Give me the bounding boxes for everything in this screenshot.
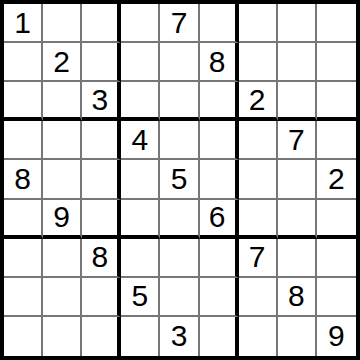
sudoku-cell-r2c9-empty[interactable] <box>317 43 356 82</box>
sudoku-cell-r7c4-empty[interactable] <box>121 239 160 278</box>
sudoku-cell-r1c4-empty[interactable] <box>121 4 160 43</box>
sudoku-cell-r9c9-given: 9 <box>317 317 356 356</box>
sudoku-cell-r7c9-empty[interactable] <box>317 239 356 278</box>
sudoku-cell-r8c9-empty[interactable] <box>317 278 356 317</box>
sudoku-cell-r4c6-empty[interactable] <box>200 121 239 160</box>
sudoku-cell-r5c6-empty[interactable] <box>200 160 239 199</box>
sudoku-cell-r9c7-empty[interactable] <box>239 317 278 356</box>
sudoku-cell-r2c5-empty[interactable] <box>160 43 199 82</box>
sudoku-cell-r2c6-given: 8 <box>200 43 239 82</box>
sudoku-cell-r6c6-given: 6 <box>200 200 239 239</box>
sudoku-cell-r2c2-given: 2 <box>43 43 82 82</box>
sudoku-cell-r4c5-empty[interactable] <box>160 121 199 160</box>
sudoku-cell-r1c6-empty[interactable] <box>200 4 239 43</box>
sudoku-cell-r9c8-empty[interactable] <box>278 317 317 356</box>
sudoku-cell-r1c1-given: 1 <box>4 4 43 43</box>
sudoku-cell-r6c9-empty[interactable] <box>317 200 356 239</box>
sudoku-cell-r6c2-given: 9 <box>43 200 82 239</box>
sudoku-cell-r1c5-given: 7 <box>160 4 199 43</box>
sudoku-cell-r2c3-empty[interactable] <box>82 43 121 82</box>
sudoku-cell-r6c8-empty[interactable] <box>278 200 317 239</box>
sudoku-cell-r7c6-empty[interactable] <box>200 239 239 278</box>
sudoku-cell-r4c4-given: 4 <box>121 121 160 160</box>
sudoku-cell-r6c5-empty[interactable] <box>160 200 199 239</box>
sudoku-cell-r5c9-given: 2 <box>317 160 356 199</box>
sudoku-cell-r8c8-given: 8 <box>278 278 317 317</box>
sudoku-cell-r3c3-given: 3 <box>82 82 121 121</box>
sudoku-cell-r4c8-given: 7 <box>278 121 317 160</box>
sudoku-cell-r1c8-empty[interactable] <box>278 4 317 43</box>
sudoku-cell-r6c1-empty[interactable] <box>4 200 43 239</box>
sudoku-cell-r5c5-given: 5 <box>160 160 199 199</box>
sudoku-cell-r5c2-empty[interactable] <box>43 160 82 199</box>
sudoku-cell-r1c7-empty[interactable] <box>239 4 278 43</box>
sudoku-cell-r5c1-given: 8 <box>4 160 43 199</box>
sudoku-cell-r5c7-empty[interactable] <box>239 160 278 199</box>
sudoku-cell-r2c4-empty[interactable] <box>121 43 160 82</box>
sudoku-cell-r1c2-empty[interactable] <box>43 4 82 43</box>
sudoku-cell-r3c7-given: 2 <box>239 82 278 121</box>
sudoku-cell-r2c7-empty[interactable] <box>239 43 278 82</box>
sudoku-cell-r3c5-empty[interactable] <box>160 82 199 121</box>
sudoku-cell-r7c7-given: 7 <box>239 239 278 278</box>
sudoku-cell-r3c6-empty[interactable] <box>200 82 239 121</box>
sudoku-cell-r8c5-empty[interactable] <box>160 278 199 317</box>
sudoku-cell-r4c9-empty[interactable] <box>317 121 356 160</box>
sudoku-cell-r3c2-empty[interactable] <box>43 82 82 121</box>
sudoku-cell-r1c3-empty[interactable] <box>82 4 121 43</box>
sudoku-cell-r5c4-empty[interactable] <box>121 160 160 199</box>
sudoku-cell-r1c9-empty[interactable] <box>317 4 356 43</box>
sudoku-cell-r5c3-empty[interactable] <box>82 160 121 199</box>
sudoku-cell-r9c5-given: 3 <box>160 317 199 356</box>
sudoku-cell-r9c3-empty[interactable] <box>82 317 121 356</box>
sudoku-cell-r4c3-empty[interactable] <box>82 121 121 160</box>
sudoku-cell-r6c7-empty[interactable] <box>239 200 278 239</box>
sudoku-cell-r7c2-empty[interactable] <box>43 239 82 278</box>
sudoku-cell-r9c1-empty[interactable] <box>4 317 43 356</box>
sudoku-cell-r2c8-empty[interactable] <box>278 43 317 82</box>
sudoku-cell-r8c2-empty[interactable] <box>43 278 82 317</box>
sudoku-cell-r8c3-empty[interactable] <box>82 278 121 317</box>
sudoku-cell-r4c2-empty[interactable] <box>43 121 82 160</box>
sudoku-cell-r3c8-empty[interactable] <box>278 82 317 121</box>
sudoku-cell-r7c8-empty[interactable] <box>278 239 317 278</box>
sudoku-cell-r9c4-empty[interactable] <box>121 317 160 356</box>
sudoku-cell-r9c6-empty[interactable] <box>200 317 239 356</box>
sudoku-cell-r8c4-given: 5 <box>121 278 160 317</box>
sudoku-cell-r2c1-empty[interactable] <box>4 43 43 82</box>
sudoku-cell-r3c9-empty[interactable] <box>317 82 356 121</box>
sudoku-cell-r3c1-empty[interactable] <box>4 82 43 121</box>
sudoku-cell-r7c3-given: 8 <box>82 239 121 278</box>
sudoku-cell-r7c1-empty[interactable] <box>4 239 43 278</box>
sudoku-cell-r5c8-empty[interactable] <box>278 160 317 199</box>
sudoku-cell-r6c3-empty[interactable] <box>82 200 121 239</box>
sudoku-cell-r6c4-empty[interactable] <box>121 200 160 239</box>
sudoku-cell-r7c5-empty[interactable] <box>160 239 199 278</box>
sudoku-cell-r8c7-empty[interactable] <box>239 278 278 317</box>
sudoku-cell-r3c4-empty[interactable] <box>121 82 160 121</box>
sudoku-board: 1728324785296875839 <box>0 0 360 360</box>
sudoku-cell-r8c6-empty[interactable] <box>200 278 239 317</box>
sudoku-cell-r4c7-empty[interactable] <box>239 121 278 160</box>
sudoku-cell-r9c2-empty[interactable] <box>43 317 82 356</box>
sudoku-cell-r4c1-empty[interactable] <box>4 121 43 160</box>
sudoku-cell-r8c1-empty[interactable] <box>4 278 43 317</box>
